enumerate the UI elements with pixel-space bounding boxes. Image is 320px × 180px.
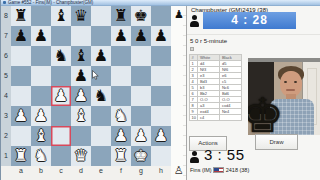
move-row-10[interactable]: 10c4 xyxy=(190,115,242,121)
square-g2[interactable]: ♟ xyxy=(131,126,151,146)
window-title: Game #552 - Fins(IM) - Champbuster(GM) xyxy=(8,0,93,5)
mouse-cursor xyxy=(92,66,99,84)
file-label-g: g xyxy=(131,166,151,175)
white-bishop: ♝ xyxy=(34,126,48,146)
rank-label-8: 8 xyxy=(1,6,11,26)
black-king-statue-icon: ♚ xyxy=(248,86,284,135)
black-king: ♚ xyxy=(134,6,148,26)
black-knight: ♞ xyxy=(94,86,108,106)
square-a6[interactable] xyxy=(11,46,31,66)
square-f8[interactable]: ♜ xyxy=(111,6,131,26)
black-pawn: ♟ xyxy=(74,66,88,86)
black-pawn: ♟ xyxy=(114,26,128,46)
black-rook: ♜ xyxy=(114,6,128,26)
top-player-clock: 4 : 28 xyxy=(203,12,296,29)
white-move[interactable]: c4 xyxy=(198,115,220,121)
square-b4[interactable] xyxy=(31,86,51,106)
square-a1[interactable]: ♜ xyxy=(11,146,31,166)
square-e7[interactable] xyxy=(91,26,111,46)
square-c5[interactable] xyxy=(51,66,71,86)
square-g3[interactable] xyxy=(131,106,151,126)
square-h4[interactable] xyxy=(151,86,171,106)
captured-white-pawn-icon: ♙ xyxy=(171,164,187,177)
square-d6[interactable]: ♝ xyxy=(71,46,91,66)
rank-label-3: 3 xyxy=(1,106,11,126)
square-a7[interactable]: ♟ xyxy=(11,26,31,46)
square-b2[interactable]: ♝ xyxy=(31,126,51,146)
square-e3[interactable] xyxy=(91,106,111,126)
square-e6[interactable]: ♟ xyxy=(91,46,111,66)
file-label-e: e xyxy=(91,166,111,175)
game-info-panel: Champbuster (GM)2419 (38) 4 : 28 5 0 r 5… xyxy=(187,6,320,180)
white-bishop: ♝ xyxy=(74,106,88,126)
white-queen: ♛ xyxy=(74,146,88,166)
rank-label-7: 7 xyxy=(1,26,11,46)
white-pawn: ♟ xyxy=(54,86,68,106)
white-pawn: ♟ xyxy=(14,106,28,126)
black-pawn: ♟ xyxy=(94,46,108,66)
square-a3[interactable]: ♟ xyxy=(11,106,31,126)
bottom-player-line: Fins (IM) 2418 (38) xyxy=(190,167,249,173)
player-figure-icon xyxy=(190,15,199,27)
square-b8[interactable] xyxy=(31,6,51,26)
bottom-player-rating: 2418 (38) xyxy=(226,167,250,173)
square-f6[interactable] xyxy=(111,46,131,66)
square-a8[interactable]: ♜ xyxy=(11,6,31,26)
black-move[interactable] xyxy=(220,115,242,121)
square-g6[interactable] xyxy=(131,46,151,66)
square-c1[interactable] xyxy=(51,146,71,166)
file-label-f: f xyxy=(111,166,131,175)
rank-labels: 87654321 xyxy=(1,6,11,166)
square-d4[interactable]: ♟ xyxy=(71,86,91,106)
file-label-h: h xyxy=(151,166,171,175)
square-f7[interactable]: ♟ xyxy=(111,26,131,46)
black-pawn: ♟ xyxy=(14,26,28,46)
black-bishop: ♝ xyxy=(54,6,68,26)
square-h6[interactable] xyxy=(151,46,171,66)
square-e1[interactable] xyxy=(91,146,111,166)
rank-label-6: 6 xyxy=(1,46,11,66)
us-flag-icon xyxy=(213,167,224,173)
square-h8[interactable] xyxy=(151,6,171,26)
square-e4[interactable]: ♞ xyxy=(91,86,111,106)
square-h7[interactable]: ♟ xyxy=(151,26,171,46)
rank-label-1: 1 xyxy=(1,146,11,166)
square-g8[interactable]: ♚ xyxy=(131,6,151,26)
square-e2[interactable] xyxy=(91,126,111,146)
square-f1[interactable]: ♜ xyxy=(111,146,131,166)
square-f2[interactable]: ♟ xyxy=(111,126,131,146)
black-pawn: ♟ xyxy=(34,26,48,46)
square-d2[interactable] xyxy=(71,126,91,146)
black-queen: ♛ xyxy=(74,6,88,26)
captured-pieces-strip: ♟ ♙ xyxy=(171,6,187,180)
square-g5[interactable] xyxy=(131,66,151,86)
file-label-d: d xyxy=(71,166,91,175)
square-f3[interactable]: ♞ xyxy=(111,106,131,126)
square-b1[interactable]: ♞ xyxy=(31,146,51,166)
square-g7[interactable]: ♟ xyxy=(131,26,151,46)
square-e8[interactable] xyxy=(91,6,111,26)
black-pawn: ♟ xyxy=(154,26,168,46)
square-a4[interactable] xyxy=(11,86,31,106)
square-d5[interactable]: ♟ xyxy=(71,66,91,86)
square-h1[interactable] xyxy=(151,146,171,166)
white-pawn: ♟ xyxy=(154,126,168,146)
square-d3[interactable]: ♝ xyxy=(71,106,91,126)
rank-label-4: 4 xyxy=(1,86,11,106)
square-a2[interactable] xyxy=(11,126,31,146)
bottom-player-clock: 3 : 55 xyxy=(204,146,245,163)
board[interactable]: ♜♝♛♜♚♟♟♟♟♟♞♝♟♟♟♟♞♟♟♝♞♝♟♟♟♜♞♛♜♚ xyxy=(11,6,171,166)
rank-label-2: 2 xyxy=(1,126,11,146)
square-d7[interactable] xyxy=(71,26,91,46)
file-label-a: a xyxy=(11,166,31,175)
square-d1[interactable]: ♛ xyxy=(71,146,91,166)
square-c8[interactable]: ♝ xyxy=(51,6,71,26)
black-pawn: ♟ xyxy=(134,26,148,46)
webcam-feed: ♚ xyxy=(248,58,320,135)
square-c2[interactable] xyxy=(51,126,71,146)
captured-black-pawn-icon: ♟ xyxy=(171,8,187,21)
square-b6[interactable] xyxy=(31,46,51,66)
square-c7[interactable] xyxy=(51,26,71,46)
file-label-c: c xyxy=(51,166,71,175)
bottom-player-name: Fins (IM) xyxy=(190,167,212,173)
square-g4[interactable] xyxy=(131,86,151,106)
black-bishop: ♝ xyxy=(74,46,88,66)
white-pawn: ♟ xyxy=(34,106,48,126)
square-d8[interactable]: ♛ xyxy=(71,6,91,26)
scroll-nub[interactable] xyxy=(190,47,194,51)
square-b5[interactable] xyxy=(31,66,51,86)
white-knight: ♞ xyxy=(114,106,128,126)
white-pawn: ♟ xyxy=(74,86,88,106)
rank-label-5: 5 xyxy=(1,66,11,86)
move-list[interactable]: #WhiteBlack 1d4d52Nf3Nf63e3e64Bd3c55b3Nc… xyxy=(189,54,242,121)
white-knight: ♞ xyxy=(34,146,48,166)
draw-button[interactable]: Draw xyxy=(255,134,298,150)
square-f5[interactable] xyxy=(111,66,131,86)
board-area: 87654321 ♜♝♛♜♚♟♟♟♟♟♞♝♟♟♟♟♞♟♟♝♞♝♟♟♟♜♞♛♜♚ … xyxy=(1,6,171,180)
chess-app-window: Game #552 - Fins(IM) - Champbuster(GM) 8… xyxy=(0,0,320,180)
white-king: ♚ xyxy=(134,146,148,166)
white-pawn: ♟ xyxy=(134,126,148,146)
square-c6[interactable]: ♞ xyxy=(51,46,71,66)
square-c4[interactable]: ♟ xyxy=(51,86,71,106)
move-number[interactable]: 10 xyxy=(190,115,198,121)
file-label-b: b xyxy=(31,166,51,175)
divider xyxy=(187,34,320,35)
white-pawn: ♟ xyxy=(114,126,128,146)
square-h3[interactable] xyxy=(151,106,171,126)
white-rook: ♜ xyxy=(114,146,128,166)
square-c3[interactable] xyxy=(51,106,71,126)
file-labels: abcdefgh xyxy=(1,166,171,175)
square-h2[interactable]: ♟ xyxy=(151,126,171,146)
white-rook: ♜ xyxy=(14,146,28,166)
square-b3[interactable]: ♟ xyxy=(31,106,51,126)
square-b7[interactable]: ♟ xyxy=(31,26,51,46)
black-knight: ♞ xyxy=(54,46,68,66)
time-control-label: 5 0 r 5-minute xyxy=(190,38,227,44)
square-h5[interactable] xyxy=(151,66,171,86)
black-rook: ♜ xyxy=(14,6,28,26)
app-icon xyxy=(3,1,6,4)
square-a5[interactable] xyxy=(11,66,31,86)
square-g1[interactable]: ♚ xyxy=(131,146,151,166)
player-figure-icon xyxy=(190,151,199,163)
square-f4[interactable] xyxy=(111,86,131,106)
